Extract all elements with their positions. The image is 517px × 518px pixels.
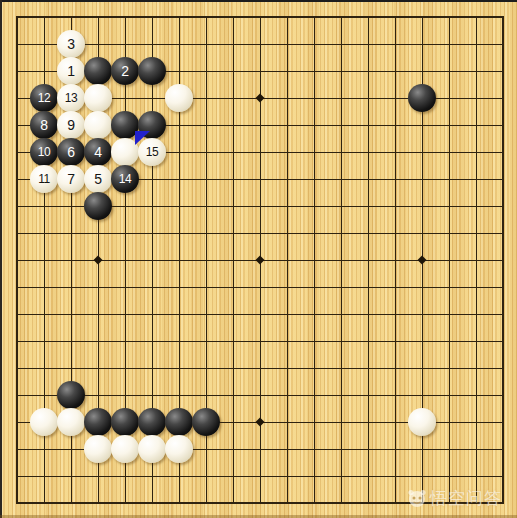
move-number: 9	[67, 118, 74, 132]
stone-black[interactable]	[57, 381, 85, 409]
stone-white[interactable]	[165, 84, 193, 112]
stone-white-5[interactable]: 5	[84, 165, 112, 193]
move-number: 11	[38, 173, 49, 185]
go-board[interactable]: 312121389106415117514 悟空问答	[0, 0, 517, 518]
stone-black-6[interactable]: 6	[57, 138, 85, 166]
move-number: 7	[67, 172, 74, 186]
star-point	[418, 256, 427, 265]
stone-black[interactable]	[84, 192, 112, 220]
move-number: 4	[94, 145, 101, 159]
stone-black[interactable]	[84, 408, 112, 436]
move-number: 6	[67, 145, 74, 159]
stone-black[interactable]	[165, 408, 193, 436]
stone-black-8[interactable]: 8	[30, 111, 58, 139]
stone-white-13[interactable]: 13	[57, 84, 85, 112]
move-number: 14	[119, 173, 131, 185]
stone-black-10[interactable]: 10	[30, 138, 58, 166]
move-number: 8	[40, 118, 47, 132]
stone-black[interactable]	[192, 408, 220, 436]
stone-white[interactable]	[138, 435, 166, 463]
stone-black-12[interactable]: 12	[30, 84, 58, 112]
move-number: 12	[38, 92, 50, 104]
move-number: 10	[38, 146, 50, 158]
move-number: 5	[94, 172, 101, 186]
stone-white-15[interactable]: 15	[138, 138, 166, 166]
stone-white-9[interactable]: 9	[57, 111, 85, 139]
star-point	[256, 256, 265, 265]
stone-white[interactable]	[84, 435, 112, 463]
stone-black-14[interactable]: 14	[111, 165, 139, 193]
stone-white[interactable]	[111, 138, 139, 166]
frame-left-edge	[0, 0, 2, 518]
stone-black-4[interactable]: 4	[84, 138, 112, 166]
star-point	[256, 418, 265, 427]
frame-top-edge	[0, 0, 517, 2]
move-number: 13	[65, 92, 77, 104]
stone-white-7[interactable]: 7	[57, 165, 85, 193]
stone-white[interactable]	[165, 435, 193, 463]
move-number: 3	[67, 37, 74, 51]
star-point	[94, 256, 103, 265]
stone-white[interactable]	[57, 408, 85, 436]
stone-white[interactable]	[111, 435, 139, 463]
stone-black[interactable]	[111, 408, 139, 436]
move-number: 1	[67, 64, 74, 78]
stone-black-2[interactable]: 2	[111, 57, 139, 85]
move-number: 15	[146, 146, 158, 158]
star-point	[256, 94, 265, 103]
stone-white-1[interactable]: 1	[57, 57, 85, 85]
stone-white[interactable]	[84, 84, 112, 112]
stone-white[interactable]	[408, 408, 436, 436]
stone-black[interactable]	[138, 408, 166, 436]
stone-white[interactable]	[84, 111, 112, 139]
stone-white-3[interactable]: 3	[57, 30, 85, 58]
stone-white[interactable]	[30, 408, 58, 436]
stone-black[interactable]	[138, 57, 166, 85]
stone-black[interactable]	[84, 57, 112, 85]
move-number: 2	[121, 64, 128, 78]
stone-black[interactable]	[111, 111, 139, 139]
stone-white-11[interactable]: 11	[30, 165, 58, 193]
stone-black[interactable]	[408, 84, 436, 112]
